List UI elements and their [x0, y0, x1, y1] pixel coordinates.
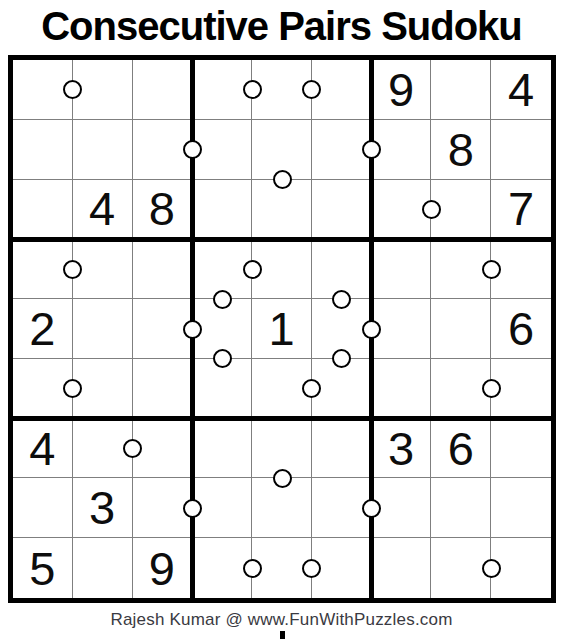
cell-r7c9 [491, 419, 551, 479]
stray-mark [280, 631, 285, 639]
consecutive-dot [422, 200, 441, 219]
cell-r5c8 [431, 299, 491, 359]
consecutive-dot [183, 499, 202, 518]
consecutive-dot [213, 290, 232, 309]
cell-r7c1: 4 [13, 419, 73, 479]
cell-r3c3: 8 [133, 180, 193, 240]
cell-r2c8: 8 [431, 120, 491, 180]
cell-r8c2: 3 [73, 478, 133, 538]
consecutive-dot [302, 559, 321, 578]
credit-line: Rajesh Kumar @ www.FunWithPuzzles.com [0, 610, 563, 630]
consecutive-dot [123, 439, 142, 458]
cell-r8c8 [431, 478, 491, 538]
page: Consecutive Pairs Sudoku 948487216436359… [0, 0, 563, 640]
consecutive-dot [183, 140, 202, 159]
consecutive-dot [332, 290, 351, 309]
consecutive-dot [243, 260, 262, 279]
consecutive-dot [273, 170, 292, 189]
consecutive-dot [362, 320, 381, 339]
cell-r4c7 [372, 239, 432, 299]
cell-r3c2: 4 [73, 180, 133, 240]
sudoku-cells: 948487216436359 [13, 60, 551, 598]
cell-r9c7 [372, 538, 432, 598]
cell-r2c2 [73, 120, 133, 180]
cell-r1c7: 9 [372, 60, 432, 120]
consecutive-dot [273, 469, 292, 488]
consecutive-dot [482, 379, 501, 398]
consecutive-dot [482, 260, 501, 279]
puzzle-title: Consecutive Pairs Sudoku [0, 0, 563, 49]
box-border-horizontal [13, 416, 551, 421]
cell-r5c9: 6 [491, 299, 551, 359]
cell-r4c3 [133, 239, 193, 299]
cell-r1c8 [431, 60, 491, 120]
cell-r2c1 [13, 120, 73, 180]
cell-r9c2 [73, 538, 133, 598]
cell-r6c7 [372, 359, 432, 419]
consecutive-dot [243, 80, 262, 99]
box-border-horizontal [13, 237, 551, 242]
cell-r6c3 [133, 359, 193, 419]
cell-r3c1 [13, 180, 73, 240]
cell-r3c4 [192, 180, 252, 240]
consecutive-dot [213, 349, 232, 368]
cell-r9c3: 9 [133, 538, 193, 598]
cell-r5c1: 2 [13, 299, 73, 359]
cell-r8c9 [491, 478, 551, 538]
consecutive-dot [63, 260, 82, 279]
sudoku-board: 948487216436359 [8, 55, 556, 603]
cell-r2c9 [491, 120, 551, 180]
cell-r1c9: 4 [491, 60, 551, 120]
cell-r5c2 [73, 299, 133, 359]
cell-r3c9: 7 [491, 180, 551, 240]
cell-r1c3 [133, 60, 193, 120]
cell-r7c8: 6 [431, 419, 491, 479]
cell-r7c4 [192, 419, 252, 479]
cell-r8c1 [13, 478, 73, 538]
consecutive-dot [362, 499, 381, 518]
cell-r9c1: 5 [13, 538, 73, 598]
cell-r5c5: 1 [252, 299, 312, 359]
cell-r3c6 [312, 180, 372, 240]
consecutive-dot [243, 559, 262, 578]
consecutive-dot [482, 559, 501, 578]
cell-r7c7: 3 [372, 419, 432, 479]
cell-r7c6 [312, 419, 372, 479]
consecutive-dot [183, 320, 202, 339]
